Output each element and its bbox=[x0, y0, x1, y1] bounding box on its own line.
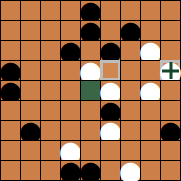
cell-r8c1[interactable] bbox=[20, 160, 40, 180]
cell-r8c5[interactable] bbox=[100, 160, 120, 180]
black-stone: ● bbox=[61, 41, 80, 60]
cell-r1c1[interactable] bbox=[20, 20, 40, 40]
cell-r0c5[interactable] bbox=[100, 0, 120, 20]
target-crosshair-marker[interactable]: ● bbox=[160, 60, 180, 80]
cell-r2c2[interactable] bbox=[40, 40, 60, 60]
cell-r0c0[interactable] bbox=[0, 0, 20, 20]
cell-r7c8[interactable] bbox=[160, 140, 180, 160]
cell-r5c7[interactable] bbox=[140, 100, 160, 120]
cell-r1c6[interactable]: ● bbox=[120, 20, 140, 40]
cell-r3c2[interactable] bbox=[40, 60, 60, 80]
cell-r0c2[interactable] bbox=[40, 0, 60, 20]
cell-r7c6[interactable] bbox=[120, 140, 140, 160]
black-stone: ● bbox=[161, 121, 180, 140]
cell-r2c5[interactable]: ● bbox=[100, 40, 120, 60]
black-stone: ● bbox=[101, 101, 120, 120]
cell-r4c0[interactable]: ● bbox=[0, 80, 20, 100]
cell-r0c3[interactable] bbox=[60, 0, 80, 20]
cell-r8c3[interactable]: ● bbox=[60, 160, 80, 180]
black-stone: ● bbox=[81, 161, 100, 180]
cell-r6c4[interactable] bbox=[80, 120, 100, 140]
black-stone: ● bbox=[1, 81, 20, 100]
cell-r7c7[interactable] bbox=[140, 140, 160, 160]
cell-r2c7[interactable]: ● bbox=[140, 40, 160, 60]
cell-r6c5[interactable]: ● bbox=[100, 120, 120, 140]
cell-r7c4[interactable] bbox=[80, 140, 100, 160]
cell-r1c2[interactable] bbox=[40, 20, 60, 40]
white-stone: ● bbox=[101, 81, 120, 100]
cell-r7c5[interactable] bbox=[100, 140, 120, 160]
cell-r3c7[interactable] bbox=[140, 60, 160, 80]
white-stone: ● bbox=[81, 61, 100, 80]
cell-r0c4[interactable]: ● bbox=[80, 0, 100, 20]
cell-r2c3[interactable]: ● bbox=[60, 40, 80, 60]
cell-r7c3[interactable]: ● bbox=[60, 140, 80, 160]
white-stone: ● bbox=[121, 161, 140, 180]
white-stone: ● bbox=[101, 121, 120, 140]
cell-r1c5[interactable] bbox=[100, 20, 120, 40]
cell-r3c6[interactable] bbox=[120, 60, 140, 80]
game-board: ●●●●●●●●●●●●●●●●●●●● bbox=[0, 0, 181, 181]
cell-r5c1[interactable] bbox=[20, 100, 40, 120]
cell-r3c3[interactable] bbox=[60, 60, 80, 80]
black-stone: ● bbox=[61, 161, 80, 180]
cell-r7c0[interactable] bbox=[0, 140, 20, 160]
cell-r4c3[interactable] bbox=[60, 80, 80, 100]
cell-r1c0[interactable] bbox=[0, 20, 20, 40]
cell-r5c2[interactable] bbox=[40, 100, 60, 120]
black-stone: ● bbox=[101, 41, 120, 60]
cell-r7c1[interactable] bbox=[20, 140, 40, 160]
cell-r8c6[interactable]: ● bbox=[120, 160, 140, 180]
cell-r5c4[interactable] bbox=[80, 100, 100, 120]
white-stone: ● bbox=[141, 41, 160, 60]
black-stone: ● bbox=[1, 61, 20, 80]
cell-r6c3[interactable] bbox=[60, 120, 80, 140]
cell-r6c2[interactable] bbox=[40, 120, 60, 140]
cell-r6c8[interactable]: ● bbox=[160, 120, 180, 140]
white-stone: ● bbox=[141, 81, 160, 100]
cell-r5c5[interactable]: ● bbox=[100, 100, 120, 120]
cell-r0c7[interactable] bbox=[140, 0, 160, 20]
cell-r3c4[interactable]: ● bbox=[80, 60, 100, 80]
cell-r8c4[interactable]: ● bbox=[80, 160, 100, 180]
cell-r0c6[interactable] bbox=[120, 0, 140, 20]
cell-r8c0[interactable] bbox=[0, 160, 20, 180]
cell-r1c8[interactable] bbox=[160, 20, 180, 40]
cell-r5c0[interactable] bbox=[0, 100, 20, 120]
selection-square-marker[interactable] bbox=[100, 60, 120, 80]
cell-r4c8[interactable] bbox=[160, 80, 180, 100]
cell-r2c8[interactable] bbox=[160, 40, 180, 60]
target-white-disc: ● bbox=[161, 61, 180, 80]
black-stone: ● bbox=[81, 21, 100, 40]
cell-r4c7[interactable]: ● bbox=[140, 80, 160, 100]
cell-r7c2[interactable] bbox=[40, 140, 60, 160]
cell-r3c1[interactable] bbox=[20, 60, 40, 80]
cell-r4c5[interactable]: ● bbox=[100, 80, 120, 100]
crosshair-horizontal-bar-icon bbox=[162, 69, 179, 72]
white-stone: ● bbox=[61, 141, 80, 160]
cell-r4c6[interactable] bbox=[120, 80, 140, 100]
cell-r8c7[interactable] bbox=[140, 160, 160, 180]
cell-r5c8[interactable] bbox=[160, 100, 180, 120]
cell-r6c1[interactable]: ● bbox=[20, 120, 40, 140]
black-stone: ● bbox=[81, 1, 100, 20]
cell-r8c8[interactable] bbox=[160, 160, 180, 180]
green-square-marker[interactable] bbox=[80, 80, 100, 100]
cell-r0c8[interactable] bbox=[160, 0, 180, 20]
cell-r3c0[interactable]: ● bbox=[0, 60, 20, 80]
cell-r2c4[interactable] bbox=[80, 40, 100, 60]
cell-r5c6[interactable] bbox=[120, 100, 140, 120]
cell-r2c6[interactable] bbox=[120, 40, 140, 60]
black-stone: ● bbox=[21, 121, 40, 140]
cell-r2c0[interactable] bbox=[0, 40, 20, 60]
black-stone: ● bbox=[121, 21, 140, 40]
cell-r1c7[interactable] bbox=[140, 20, 160, 40]
cell-r4c1[interactable] bbox=[20, 80, 40, 100]
cell-r1c4[interactable]: ● bbox=[80, 20, 100, 40]
cell-r1c3[interactable] bbox=[60, 20, 80, 40]
cell-r5c3[interactable] bbox=[60, 100, 80, 120]
cell-r6c7[interactable] bbox=[140, 120, 160, 140]
cell-r2c1[interactable] bbox=[20, 40, 40, 60]
screenshot-stage: ●●●●●●●●●●●●●●●●●●●● bbox=[0, 0, 181, 181]
crosshair-vertical-bar-icon bbox=[169, 62, 172, 79]
cell-r4c2[interactable] bbox=[40, 80, 60, 100]
cell-r6c0[interactable] bbox=[0, 120, 20, 140]
cell-r8c2[interactable] bbox=[40, 160, 60, 180]
cell-r6c6[interactable] bbox=[120, 120, 140, 140]
cell-r0c1[interactable] bbox=[20, 0, 40, 20]
